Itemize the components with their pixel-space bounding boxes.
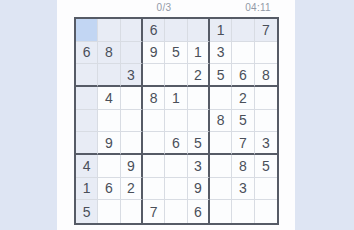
cell-r9c7[interactable]: [210, 200, 232, 223]
cell-r8c8[interactable]: 3: [232, 178, 254, 201]
cell-r5c6[interactable]: [188, 110, 210, 133]
cell-r2c2[interactable]: 8: [98, 42, 120, 65]
cell-r9c8[interactable]: [232, 200, 254, 223]
cell-r8c5[interactable]: [165, 178, 187, 201]
cell-r1c8[interactable]: [232, 19, 254, 42]
cell-r4c3[interactable]: [121, 87, 143, 110]
cell-r4c7[interactable]: [210, 87, 232, 110]
cell-r4c1[interactable]: [76, 87, 98, 110]
cell-r4c6[interactable]: [188, 87, 210, 110]
cell-r6c8[interactable]: 7: [232, 132, 254, 155]
cell-r1c3[interactable]: [121, 19, 143, 42]
cell-r3c8[interactable]: 6: [232, 64, 254, 87]
cell-r3c3[interactable]: 3: [121, 64, 143, 87]
cell-r7c3[interactable]: 9: [121, 155, 143, 178]
cell-r8c7[interactable]: [210, 178, 232, 201]
sudoku-board: 61768951332568481285965734938516293576: [74, 17, 279, 225]
cell-r7c2[interactable]: [98, 155, 120, 178]
cell-r7c4[interactable]: [143, 155, 165, 178]
cell-r5c7[interactable]: 8: [210, 110, 232, 133]
cell-r8c1[interactable]: 1: [76, 178, 98, 201]
cell-r5c3[interactable]: [121, 110, 143, 133]
cell-r9c5[interactable]: [165, 200, 187, 223]
cell-r5c9[interactable]: [255, 110, 277, 133]
cell-r1c7[interactable]: 1: [210, 19, 232, 42]
cell-r9c6[interactable]: 6: [188, 200, 210, 223]
cell-r6c9[interactable]: 3: [255, 132, 277, 155]
cell-r9c9[interactable]: [255, 200, 277, 223]
cell-r8c3[interactable]: 2: [121, 178, 143, 201]
cell-r7c1[interactable]: 4: [76, 155, 98, 178]
cell-r6c2[interactable]: 9: [98, 132, 120, 155]
cell-r2c3[interactable]: [121, 42, 143, 65]
cell-r2c7[interactable]: 3: [210, 42, 232, 65]
cell-r8c6[interactable]: 9: [188, 178, 210, 201]
cell-r8c2[interactable]: 6: [98, 178, 120, 201]
cell-r4c2[interactable]: 4: [98, 87, 120, 110]
top-bar: 0/3 04:11: [57, 0, 295, 14]
cell-r5c4[interactable]: [143, 110, 165, 133]
cell-r6c5[interactable]: 6: [165, 132, 187, 155]
cell-r3c9[interactable]: 8: [255, 64, 277, 87]
cell-r5c1[interactable]: [76, 110, 98, 133]
cell-r7c8[interactable]: 8: [232, 155, 254, 178]
cell-r5c8[interactable]: 5: [232, 110, 254, 133]
cell-r1c5[interactable]: [165, 19, 187, 42]
cell-r1c6[interactable]: [188, 19, 210, 42]
cell-r2c9[interactable]: [255, 42, 277, 65]
cell-r8c9[interactable]: [255, 178, 277, 201]
cell-r4c5[interactable]: 1: [165, 87, 187, 110]
cell-r1c1[interactable]: [76, 19, 98, 42]
cell-r9c4[interactable]: 7: [143, 200, 165, 223]
cell-r6c4[interactable]: [143, 132, 165, 155]
cell-r6c6[interactable]: 5: [188, 132, 210, 155]
cell-r1c4[interactable]: 6: [143, 19, 165, 42]
cell-r6c1[interactable]: [76, 132, 98, 155]
cell-r7c6[interactable]: 3: [188, 155, 210, 178]
cell-r2c8[interactable]: [232, 42, 254, 65]
mistakes-counter: 0/3: [128, 2, 199, 13]
cell-r4c8[interactable]: 2: [232, 87, 254, 110]
cell-r2c4[interactable]: 9: [143, 42, 165, 65]
cell-r1c2[interactable]: [98, 19, 120, 42]
cell-r6c7[interactable]: [210, 132, 232, 155]
page-background: { "game": "sudoku", "position": "...6..1…: [0, 0, 354, 230]
cell-r3c1[interactable]: [76, 64, 98, 87]
cell-r6c3[interactable]: [121, 132, 143, 155]
timer: 04:11: [200, 2, 295, 13]
cell-r9c2[interactable]: [98, 200, 120, 223]
cell-r3c5[interactable]: [165, 64, 187, 87]
cell-r7c9[interactable]: 5: [255, 155, 277, 178]
cell-r9c1[interactable]: 5: [76, 200, 98, 223]
cell-r2c6[interactable]: 1: [188, 42, 210, 65]
cell-r3c4[interactable]: [143, 64, 165, 87]
cell-r3c6[interactable]: 2: [188, 64, 210, 87]
cell-r5c5[interactable]: [165, 110, 187, 133]
cell-r3c2[interactable]: [98, 64, 120, 87]
cell-r7c7[interactable]: [210, 155, 232, 178]
cell-r5c2[interactable]: [98, 110, 120, 133]
cell-r9c3[interactable]: [121, 200, 143, 223]
cell-r3c7[interactable]: 5: [210, 64, 232, 87]
cell-r4c4[interactable]: 8: [143, 87, 165, 110]
cell-r4c9[interactable]: [255, 87, 277, 110]
cell-r7c5[interactable]: [165, 155, 187, 178]
cell-r1c9[interactable]: 7: [255, 19, 277, 42]
cell-r2c5[interactable]: 5: [165, 42, 187, 65]
cell-r2c1[interactable]: 6: [76, 42, 98, 65]
app-container: 0/3 04:11 617689513325684812859657349385…: [57, 0, 295, 230]
cell-r8c4[interactable]: [143, 178, 165, 201]
